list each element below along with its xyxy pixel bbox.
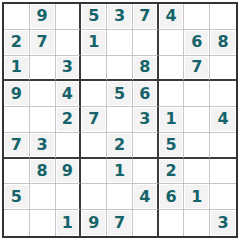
cell-r4c8-empty[interactable]	[184, 81, 210, 107]
cell-r5c2-empty[interactable]	[30, 107, 56, 133]
cell-r3c8-given: 7	[184, 56, 210, 82]
cell-r4c6-given: 6	[133, 81, 159, 107]
cell-r9c5-given: 7	[107, 210, 133, 236]
cell-r4c4-empty[interactable]	[81, 81, 107, 107]
cell-r1c5-given: 3	[107, 4, 133, 30]
cell-r2c6-empty[interactable]	[133, 30, 159, 56]
cell-r6c6-empty[interactable]	[133, 133, 159, 159]
cell-r4c7-empty[interactable]	[159, 81, 185, 107]
cell-r1c9-empty[interactable]	[210, 4, 236, 30]
cell-r5c8-empty[interactable]	[184, 107, 210, 133]
cell-r9c6-empty[interactable]	[133, 210, 159, 236]
cell-r5c1-empty[interactable]	[4, 107, 30, 133]
cell-r3c7-empty[interactable]	[159, 56, 185, 82]
cell-r9c4-given: 9	[81, 210, 107, 236]
cell-r7c6-empty[interactable]	[133, 159, 159, 185]
cell-r8c4-empty[interactable]	[81, 184, 107, 210]
cell-r8c7-given: 6	[159, 184, 185, 210]
cell-r8c6-given: 4	[133, 184, 159, 210]
cell-r9c8-empty[interactable]	[184, 210, 210, 236]
cell-r2c8-given: 6	[184, 30, 210, 56]
cell-r9c3-given: 1	[56, 210, 82, 236]
cell-r8c9-empty[interactable]	[210, 184, 236, 210]
cell-r1c3-empty[interactable]	[56, 4, 82, 30]
cell-r7c4-empty[interactable]	[81, 159, 107, 185]
cell-r7c7-given: 2	[159, 159, 185, 185]
cell-r4c9-empty[interactable]	[210, 81, 236, 107]
cell-r6c7-given: 5	[159, 133, 185, 159]
cell-r7c3-given: 9	[56, 159, 82, 185]
cell-r4c5-given: 5	[107, 81, 133, 107]
cell-r6c1-given: 7	[4, 133, 30, 159]
cell-r7c5-given: 1	[107, 159, 133, 185]
cell-r2c3-empty[interactable]	[56, 30, 82, 56]
cell-r3c6-given: 8	[133, 56, 159, 82]
cell-r1c2-given: 9	[30, 4, 56, 30]
cell-r7c1-empty[interactable]	[4, 159, 30, 185]
cell-r2c9-given: 8	[210, 30, 236, 56]
cell-r8c8-given: 1	[184, 184, 210, 210]
cell-r2c7-empty[interactable]	[159, 30, 185, 56]
cell-r3c1-given: 1	[4, 56, 30, 82]
cell-r3c5-empty[interactable]	[107, 56, 133, 82]
cell-r1c7-given: 4	[159, 4, 185, 30]
cell-r5c3-given: 2	[56, 107, 82, 133]
cell-r2c4-given: 1	[81, 30, 107, 56]
cell-r8c1-given: 5	[4, 184, 30, 210]
cell-r7c9-empty[interactable]	[210, 159, 236, 185]
cell-r3c2-empty[interactable]	[30, 56, 56, 82]
cell-r1c4-given: 5	[81, 4, 107, 30]
cell-r3c4-empty[interactable]	[81, 56, 107, 82]
cell-r2c1-given: 2	[4, 30, 30, 56]
cell-r9c9-given: 3	[210, 210, 236, 236]
cell-r8c5-empty[interactable]	[107, 184, 133, 210]
cell-r6c3-empty[interactable]	[56, 133, 82, 159]
cell-r6c5-given: 2	[107, 133, 133, 159]
cell-r5c9-given: 4	[210, 107, 236, 133]
cell-r1c6-given: 7	[133, 4, 159, 30]
cell-r2c2-given: 7	[30, 30, 56, 56]
cell-r1c8-empty[interactable]	[184, 4, 210, 30]
cell-r6c9-empty[interactable]	[210, 133, 236, 159]
cell-r5c4-given: 7	[81, 107, 107, 133]
cell-r9c1-empty[interactable]	[4, 210, 30, 236]
cell-r5c5-empty[interactable]	[107, 107, 133, 133]
cell-r9c2-empty[interactable]	[30, 210, 56, 236]
cell-r7c8-empty[interactable]	[184, 159, 210, 185]
cell-r3c3-given: 3	[56, 56, 82, 82]
cell-r8c2-empty[interactable]	[30, 184, 56, 210]
sudoku-board: 953742716813879456273147325891254611973	[2, 2, 238, 238]
cell-r5c6-given: 3	[133, 107, 159, 133]
cell-r5c7-given: 1	[159, 107, 185, 133]
cell-r6c2-given: 3	[30, 133, 56, 159]
cell-r8c3-empty[interactable]	[56, 184, 82, 210]
cell-r2c5-empty[interactable]	[107, 30, 133, 56]
cell-r4c2-empty[interactable]	[30, 81, 56, 107]
cell-r9c7-empty[interactable]	[159, 210, 185, 236]
cell-r6c8-empty[interactable]	[184, 133, 210, 159]
cell-r4c1-given: 9	[4, 81, 30, 107]
cell-r1c1-empty[interactable]	[4, 4, 30, 30]
cell-r7c2-given: 8	[30, 159, 56, 185]
cell-r3c9-empty[interactable]	[210, 56, 236, 82]
cell-r4c3-given: 4	[56, 81, 82, 107]
cell-r6c4-empty[interactable]	[81, 133, 107, 159]
